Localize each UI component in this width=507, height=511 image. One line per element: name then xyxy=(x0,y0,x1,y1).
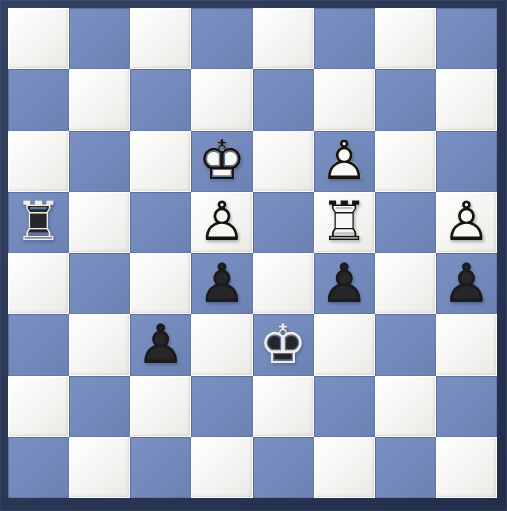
square-f7[interactable] xyxy=(314,69,375,130)
piece-outline-layer: ♙ xyxy=(130,314,191,375)
white-king[interactable]: ♚♔ xyxy=(191,131,252,192)
square-f5[interactable]: ♜♖ xyxy=(314,192,375,253)
piece-outline-layer: ♙ xyxy=(314,131,375,192)
square-b3[interactable] xyxy=(69,314,130,375)
square-g3[interactable] xyxy=(375,314,436,375)
square-h3[interactable] xyxy=(436,314,497,375)
black-pawn[interactable]: ♟♙ xyxy=(314,253,375,314)
piece-outline-layer: ♙ xyxy=(191,253,252,314)
square-f8[interactable] xyxy=(314,8,375,69)
square-e3[interactable]: ♚♔ xyxy=(253,314,314,375)
square-f6[interactable]: ♟♙ xyxy=(314,131,375,192)
square-e8[interactable] xyxy=(253,8,314,69)
square-g2[interactable] xyxy=(375,376,436,437)
square-g8[interactable] xyxy=(375,8,436,69)
square-f2[interactable] xyxy=(314,376,375,437)
square-a7[interactable] xyxy=(8,69,69,130)
square-a4[interactable] xyxy=(8,253,69,314)
square-b5[interactable] xyxy=(69,192,130,253)
square-a2[interactable] xyxy=(8,376,69,437)
piece-outline-layer: ♙ xyxy=(436,253,497,314)
square-c6[interactable] xyxy=(130,131,191,192)
square-h1[interactable] xyxy=(436,437,497,498)
square-c3[interactable]: ♟♙ xyxy=(130,314,191,375)
square-a5[interactable]: ♜♖ xyxy=(8,192,69,253)
piece-outline-layer: ♙ xyxy=(191,192,252,253)
piece-outline-layer: ♔ xyxy=(191,131,252,192)
square-c5[interactable] xyxy=(130,192,191,253)
square-c7[interactable] xyxy=(130,69,191,130)
square-b8[interactable] xyxy=(69,8,130,69)
square-f4[interactable]: ♟♙ xyxy=(314,253,375,314)
square-d2[interactable] xyxy=(191,376,252,437)
square-b6[interactable] xyxy=(69,131,130,192)
square-g4[interactable] xyxy=(375,253,436,314)
white-pawn[interactable]: ♟♙ xyxy=(314,131,375,192)
square-b7[interactable] xyxy=(69,69,130,130)
square-e2[interactable] xyxy=(253,376,314,437)
square-g1[interactable] xyxy=(375,437,436,498)
square-c2[interactable] xyxy=(130,376,191,437)
square-h5[interactable]: ♟♙ xyxy=(436,192,497,253)
square-d6[interactable]: ♚♔ xyxy=(191,131,252,192)
square-d3[interactable] xyxy=(191,314,252,375)
square-d7[interactable] xyxy=(191,69,252,130)
white-pawn[interactable]: ♟♙ xyxy=(436,192,497,253)
board-frame: ♚♔♟♙♜♖♟♙♜♖♟♙♟♙♟♙♟♙♟♙♚♔ xyxy=(0,0,507,511)
square-g7[interactable] xyxy=(375,69,436,130)
piece-outline-layer: ♙ xyxy=(436,192,497,253)
square-b2[interactable] xyxy=(69,376,130,437)
square-g6[interactable] xyxy=(375,131,436,192)
square-f1[interactable] xyxy=(314,437,375,498)
square-h7[interactable] xyxy=(436,69,497,130)
black-king[interactable]: ♚♔ xyxy=(253,314,314,375)
square-a6[interactable] xyxy=(8,131,69,192)
square-c8[interactable] xyxy=(130,8,191,69)
square-g5[interactable] xyxy=(375,192,436,253)
white-rook[interactable]: ♜♖ xyxy=(314,192,375,253)
square-e5[interactable] xyxy=(253,192,314,253)
square-h6[interactable] xyxy=(436,131,497,192)
square-c4[interactable] xyxy=(130,253,191,314)
piece-outline-layer: ♖ xyxy=(8,192,69,253)
black-pawn[interactable]: ♟♙ xyxy=(130,314,191,375)
square-h8[interactable] xyxy=(436,8,497,69)
square-c1[interactable] xyxy=(130,437,191,498)
square-h2[interactable] xyxy=(436,376,497,437)
square-e7[interactable] xyxy=(253,69,314,130)
square-e6[interactable] xyxy=(253,131,314,192)
square-a1[interactable] xyxy=(8,437,69,498)
square-d8[interactable] xyxy=(191,8,252,69)
white-pawn[interactable]: ♟♙ xyxy=(191,192,252,253)
square-f3[interactable] xyxy=(314,314,375,375)
piece-outline-layer: ♖ xyxy=(314,192,375,253)
piece-outline-layer: ♙ xyxy=(314,253,375,314)
piece-outline-layer: ♔ xyxy=(253,314,314,375)
square-d5[interactable]: ♟♙ xyxy=(191,192,252,253)
black-pawn[interactable]: ♟♙ xyxy=(191,253,252,314)
square-b4[interactable] xyxy=(69,253,130,314)
black-pawn[interactable]: ♟♙ xyxy=(436,253,497,314)
square-b1[interactable] xyxy=(69,437,130,498)
chess-board: ♚♔♟♙♜♖♟♙♜♖♟♙♟♙♟♙♟♙♟♙♚♔ xyxy=(8,8,497,498)
square-d4[interactable]: ♟♙ xyxy=(191,253,252,314)
square-e4[interactable] xyxy=(253,253,314,314)
square-a8[interactable] xyxy=(8,8,69,69)
black-rook[interactable]: ♜♖ xyxy=(8,192,69,253)
square-h4[interactable]: ♟♙ xyxy=(436,253,497,314)
square-a3[interactable] xyxy=(8,314,69,375)
square-e1[interactable] xyxy=(253,437,314,498)
square-d1[interactable] xyxy=(191,437,252,498)
